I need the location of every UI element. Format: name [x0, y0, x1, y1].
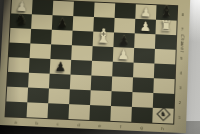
square-e5[interactable] [92, 46, 113, 62]
file-label-f: f [120, 123, 122, 128]
piece-black-pawn[interactable]: ♟ [54, 60, 66, 73]
square-h6[interactable] [155, 34, 176, 50]
square-c8[interactable] [53, 1, 74, 16]
chess-board[interactable]: ♟♟♝♞♟♟♜♝♟♟♟ abcdefgh87654321 Chavet ♞ [0, 0, 190, 133]
square-e8[interactable] [94, 3, 115, 18]
square-b6[interactable] [30, 29, 51, 44]
square-e3[interactable] [91, 76, 112, 92]
rank-label-5: 5 [180, 55, 183, 60]
file-label-a: a [14, 119, 17, 124]
square-g2[interactable] [132, 92, 153, 108]
square-g5[interactable] [134, 48, 155, 64]
rank-label-2: 2 [179, 99, 182, 104]
square-h4[interactable] [154, 64, 175, 80]
square-g6[interactable] [134, 33, 155, 49]
piece-black-pawn[interactable]: ♟ [119, 35, 130, 47]
knight-logo-icon: ♞ [160, 111, 167, 118]
square-d1[interactable] [68, 104, 90, 120]
square-c1[interactable] [47, 103, 69, 119]
square-c3[interactable] [49, 74, 71, 90]
square-e1[interactable] [89, 105, 111, 121]
piece-white-pawn[interactable]: ♟ [140, 6, 152, 19]
file-label-b: b [35, 120, 38, 125]
rank-label-7: 7 [181, 26, 184, 31]
square-d2[interactable] [69, 89, 91, 105]
square-c6[interactable] [51, 30, 72, 45]
square-f2[interactable] [111, 91, 132, 107]
piece-white-pawn[interactable]: ♟ [139, 20, 151, 33]
square-e4[interactable] [91, 61, 112, 77]
square-d3[interactable] [70, 75, 92, 91]
square-b2[interactable] [27, 88, 49, 104]
square-a5[interactable] [9, 43, 31, 59]
rank-label-1: 1 [178, 114, 181, 119]
square-h5[interactable] [154, 49, 175, 65]
piece-black-pawn[interactable]: ♟ [57, 17, 68, 29]
brand-name: Chavet [179, 34, 185, 53]
square-c5[interactable] [50, 44, 71, 60]
square-a4[interactable] [8, 57, 30, 73]
piece-white-rook[interactable]: ♜ [159, 19, 173, 34]
rank-label-4: 4 [180, 70, 183, 75]
square-f3[interactable] [112, 76, 133, 92]
square-e2[interactable] [90, 90, 112, 106]
file-label-c: c [57, 121, 59, 126]
square-f4[interactable] [112, 62, 133, 78]
rank-label-8: 8 [181, 11, 184, 16]
square-d6[interactable] [72, 31, 93, 46]
square-b8[interactable] [32, 0, 53, 15]
square-a6[interactable] [10, 28, 32, 43]
piece-white-bishop[interactable]: ♝ [94, 26, 113, 46]
file-label-g: g [140, 124, 143, 129]
piece-black-knight[interactable]: ♞ [14, 13, 28, 28]
square-f1[interactable] [110, 106, 132, 122]
photo-scene: ♟♟♝♞♟♟♜♝♟♟♟ abcdefgh87654321 Chavet ♞ [0, 0, 200, 134]
square-g1[interactable] [131, 107, 152, 123]
square-d7[interactable] [73, 16, 94, 31]
square-c2[interactable] [48, 88, 70, 104]
rank-label-3: 3 [179, 84, 182, 89]
square-a2[interactable] [6, 87, 28, 103]
file-label-e: e [98, 122, 101, 127]
square-f7[interactable] [114, 18, 135, 33]
square-a3[interactable] [7, 72, 29, 88]
piece-white-pawn[interactable]: ♟ [117, 47, 130, 61]
square-d8[interactable] [73, 2, 94, 17]
square-b1[interactable] [27, 102, 49, 118]
file-label-h: h [161, 125, 164, 130]
square-g3[interactable] [132, 77, 153, 93]
square-g4[interactable] [133, 63, 154, 79]
square-b7[interactable] [31, 14, 52, 29]
square-d4[interactable] [71, 60, 92, 76]
square-b5[interactable] [30, 43, 52, 59]
square-f8[interactable] [115, 3, 136, 18]
square-h3[interactable] [153, 78, 174, 94]
square-a1[interactable] [6, 101, 28, 117]
file-label-d: d [77, 121, 80, 126]
square-b3[interactable] [28, 73, 50, 89]
square-d5[interactable] [71, 45, 92, 61]
square-b4[interactable] [29, 58, 51, 74]
